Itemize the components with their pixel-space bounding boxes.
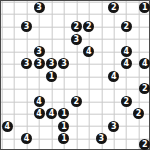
island-1-r6c4[interactable]: 1 (46, 71, 57, 82)
island-4-r9c4[interactable]: 4 (46, 108, 57, 119)
island-4-r6c9[interactable]: 4 (108, 71, 119, 82)
island-2-r8c6[interactable]: 2 (71, 96, 82, 107)
island-1-r10c5[interactable]: 1 (58, 121, 69, 132)
island-1-r11c5[interactable]: 1 (58, 133, 69, 144)
island-4-r5c12[interactable]: 4 (139, 58, 150, 69)
puzzle-screenshot: 3213222334433334414242244124134132 (0, 0, 150, 150)
island-2-r2c6[interactable]: 2 (71, 21, 82, 32)
island-3-r2c2[interactable]: 3 (21, 21, 32, 32)
island-2-r2c7[interactable]: 2 (83, 21, 94, 32)
island-2-r9c11[interactable]: 2 (133, 108, 144, 119)
island-4-r4c7[interactable]: 4 (83, 46, 94, 57)
island-2-r12c12[interactable]: 2 (139, 139, 150, 150)
island-2-r8c10[interactable]: 2 (121, 96, 132, 107)
island-3-r3c6[interactable]: 3 (71, 34, 82, 45)
island-3-r11c8[interactable]: 3 (96, 133, 107, 144)
island-4-r8c3[interactable]: 4 (34, 96, 45, 107)
island-2-r2c10[interactable]: 2 (121, 21, 132, 32)
island-3-r4c3[interactable]: 3 (34, 46, 45, 57)
island-3-r5c5[interactable]: 3 (58, 58, 69, 69)
island-3-r0c3[interactable]: 3 (34, 2, 45, 13)
island-2-r0c9[interactable]: 2 (108, 2, 119, 13)
island-4-r10c0[interactable]: 4 (2, 121, 13, 132)
island-2-r7c12[interactable]: 2 (139, 83, 150, 94)
island-4-r11c2[interactable]: 4 (21, 133, 32, 144)
island-3-r10c9[interactable]: 3 (108, 121, 119, 132)
island-3-r5c2[interactable]: 3 (21, 58, 32, 69)
island-4-r9c3[interactable]: 4 (34, 108, 45, 119)
island-3-r5c3[interactable]: 3 (34, 58, 45, 69)
island-4-r5c10[interactable]: 4 (121, 58, 132, 69)
island-1-r0c12[interactable]: 1 (139, 2, 150, 13)
island-4-r4c10[interactable]: 4 (121, 46, 132, 57)
island-3-r5c4[interactable]: 3 (46, 58, 57, 69)
island-1-r9c5[interactable]: 1 (58, 108, 69, 119)
hashi-board[interactable]: 3213222334433334414242244124134132 (0, 0, 150, 150)
